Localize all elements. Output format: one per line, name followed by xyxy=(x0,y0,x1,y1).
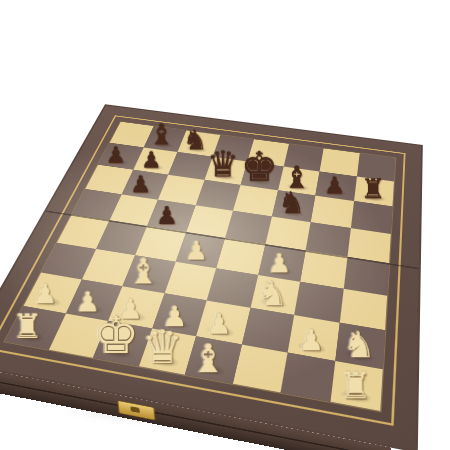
piece-shadow xyxy=(266,264,295,277)
white-pawn-f4: ♟ xyxy=(267,251,291,276)
piece-shadow xyxy=(131,276,161,289)
white-pawn-g2: ♟ xyxy=(298,327,324,355)
piece-shadow xyxy=(148,353,181,369)
square-e5 xyxy=(225,210,272,244)
piece-shadow xyxy=(161,316,192,331)
white-pawn-a2: ♟ xyxy=(33,281,58,307)
black-knight-f6: ♞ xyxy=(278,189,305,218)
brass-clasp xyxy=(117,400,155,421)
piece-shadow xyxy=(155,217,182,228)
white-rook-a1: ♜ xyxy=(12,312,42,344)
square-e4 xyxy=(216,238,265,275)
white-knight-f3: ♞ xyxy=(257,277,288,309)
piece-shadow xyxy=(33,294,64,308)
black-pawn-a7: ♟ xyxy=(106,145,126,166)
white-queen-d1: ♛ xyxy=(141,325,182,369)
white-rook-h1: ♜ xyxy=(339,370,371,404)
piece-shadow xyxy=(259,296,289,310)
piece-shadow xyxy=(105,157,130,166)
black-pawn-b6: ♟ xyxy=(130,173,151,195)
piece-shadow xyxy=(129,186,155,196)
perspective-wrapper: ♝♞♟♟♛♚♝♟♜♟♞♟♟♟♝♞♟♟♟♟♟♟♞♜♚♛♝♜ xyxy=(0,0,450,450)
piece-shadow xyxy=(361,193,386,203)
piece-shadow xyxy=(285,182,310,192)
black-rook-h7: ♜ xyxy=(361,176,386,202)
piece-shadow xyxy=(344,347,375,363)
piece-shadow xyxy=(205,324,236,339)
product-photo-scene: ♝♞♟♟♛♚♝♟♜♟♞♟♟♟♝♞♟♟♟♟♟♟♞♜♚♛♝♜ xyxy=(0,0,450,450)
white-pawn-e2: ♟ xyxy=(206,311,232,338)
square-f3: ♞ xyxy=(250,275,300,316)
square-g1 xyxy=(280,352,334,402)
piece-shadow xyxy=(211,172,236,182)
white-pawn-d2: ♟ xyxy=(162,303,187,330)
piece-shadow xyxy=(140,162,165,171)
square-f5 xyxy=(265,216,311,250)
chess-box: ♝♞♟♟♛♚♝♟♜♟♞♟♟♟♝♞♟♟♟♟♟♟♞♜♚♛♝♜ xyxy=(0,104,423,450)
black-pawn-b7: ♟ xyxy=(141,150,161,172)
square-f1 xyxy=(232,344,288,393)
piece-shadow xyxy=(339,387,372,405)
piece-shadow xyxy=(117,309,148,323)
white-pawn-d4: ♟ xyxy=(185,238,208,263)
white-bishop-c3: ♝ xyxy=(128,255,160,289)
square-g3 xyxy=(294,281,343,322)
piece-shadow xyxy=(323,187,348,197)
square-g4 xyxy=(300,250,347,288)
chess-board-grid: ♝♞♟♟♛♚♝♟♜♟♞♟♟♟♝♞♟♟♟♟♟♟♞♜♚♛♝♜ xyxy=(5,122,396,411)
piece-shadow xyxy=(14,329,47,344)
white-pawn-c2: ♟ xyxy=(118,296,143,323)
piece-shadow xyxy=(185,145,209,154)
piece-shadow xyxy=(103,345,136,361)
white-bishop-e1: ♝ xyxy=(191,340,226,378)
piece-shadow xyxy=(75,301,106,315)
square-h2: ♞ xyxy=(335,323,385,369)
piece-shadow xyxy=(194,361,227,377)
piece-shadow xyxy=(248,177,273,187)
black-pawn-c5: ♟ xyxy=(156,204,178,227)
piece-shadow xyxy=(184,251,213,263)
